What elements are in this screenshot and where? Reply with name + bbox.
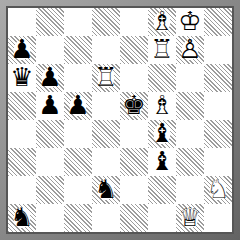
- square-b4[interactable]: [36, 120, 64, 148]
- square-d2[interactable]: ♞: [92, 176, 120, 204]
- square-h1[interactable]: [204, 204, 232, 232]
- square-e3[interactable]: [120, 148, 148, 176]
- white-rook-piece[interactable]: ♖: [94, 64, 117, 90]
- square-h3[interactable]: [204, 148, 232, 176]
- black-pawn-piece[interactable]: ♟: [38, 64, 61, 90]
- square-f4[interactable]: ♝: [148, 120, 176, 148]
- square-g1[interactable]: ♕: [176, 204, 204, 232]
- square-d8[interactable]: [92, 8, 120, 36]
- white-rook-piece[interactable]: ♖: [150, 36, 173, 62]
- square-g4[interactable]: [176, 120, 204, 148]
- square-b1[interactable]: [36, 204, 64, 232]
- square-h2[interactable]: ♘: [204, 176, 232, 204]
- square-c2[interactable]: [64, 176, 92, 204]
- square-f6[interactable]: [148, 64, 176, 92]
- black-knight-piece[interactable]: ♞: [10, 204, 33, 230]
- board-frame: ♗♔♟♖♙♛♟♖♟♟♚♗♝♝♞♘♞♕: [0, 0, 240, 240]
- square-f7[interactable]: ♖: [148, 36, 176, 64]
- square-f3[interactable]: ♝: [148, 148, 176, 176]
- square-c5[interactable]: ♟: [64, 92, 92, 120]
- square-f2[interactable]: [148, 176, 176, 204]
- square-h4[interactable]: [204, 120, 232, 148]
- white-pawn-piece[interactable]: ♙: [178, 36, 201, 62]
- square-a4[interactable]: [8, 120, 36, 148]
- square-h6[interactable]: [204, 64, 232, 92]
- white-knight-piece[interactable]: ♘: [206, 176, 229, 202]
- square-h7[interactable]: [204, 36, 232, 64]
- white-bishop-piece[interactable]: ♗: [150, 92, 173, 118]
- black-bishop-piece[interactable]: ♝: [150, 120, 173, 146]
- square-g5[interactable]: [176, 92, 204, 120]
- square-g2[interactable]: [176, 176, 204, 204]
- square-a8[interactable]: [8, 8, 36, 36]
- white-king-piece[interactable]: ♔: [178, 8, 201, 34]
- square-g6[interactable]: [176, 64, 204, 92]
- chess-board: ♗♔♟♖♙♛♟♖♟♟♚♗♝♝♞♘♞♕: [8, 8, 232, 232]
- square-f1[interactable]: [148, 204, 176, 232]
- square-g8[interactable]: ♔: [176, 8, 204, 36]
- square-c8[interactable]: [64, 8, 92, 36]
- square-f5[interactable]: ♗: [148, 92, 176, 120]
- square-c3[interactable]: [64, 148, 92, 176]
- square-e7[interactable]: [120, 36, 148, 64]
- square-a3[interactable]: [8, 148, 36, 176]
- square-a5[interactable]: [8, 92, 36, 120]
- square-b5[interactable]: ♟: [36, 92, 64, 120]
- square-e2[interactable]: [120, 176, 148, 204]
- square-e1[interactable]: [120, 204, 148, 232]
- square-c7[interactable]: [64, 36, 92, 64]
- square-h8[interactable]: [204, 8, 232, 36]
- square-d1[interactable]: [92, 204, 120, 232]
- square-c6[interactable]: [64, 64, 92, 92]
- square-d3[interactable]: [92, 148, 120, 176]
- square-e6[interactable]: [120, 64, 148, 92]
- square-b3[interactable]: [36, 148, 64, 176]
- square-b8[interactable]: [36, 8, 64, 36]
- white-queen-piece[interactable]: ♕: [178, 204, 201, 230]
- square-d5[interactable]: [92, 92, 120, 120]
- black-bishop-piece[interactable]: ♝: [150, 148, 173, 174]
- square-a2[interactable]: [8, 176, 36, 204]
- square-b6[interactable]: ♟: [36, 64, 64, 92]
- black-king-piece[interactable]: ♚: [122, 92, 145, 118]
- square-a7[interactable]: ♟: [8, 36, 36, 64]
- square-b7[interactable]: [36, 36, 64, 64]
- square-d7[interactable]: [92, 36, 120, 64]
- square-a1[interactable]: ♞: [8, 204, 36, 232]
- square-c1[interactable]: [64, 204, 92, 232]
- white-bishop-piece[interactable]: ♗: [150, 8, 173, 34]
- square-g3[interactable]: [176, 148, 204, 176]
- black-pawn-piece[interactable]: ♟: [66, 92, 89, 118]
- square-d6[interactable]: ♖: [92, 64, 120, 92]
- black-pawn-piece[interactable]: ♟: [38, 92, 61, 118]
- square-c4[interactable]: [64, 120, 92, 148]
- square-h5[interactable]: [204, 92, 232, 120]
- black-knight-piece[interactable]: ♞: [94, 176, 117, 202]
- square-a6[interactable]: ♛: [8, 64, 36, 92]
- square-b2[interactable]: [36, 176, 64, 204]
- black-pawn-piece[interactable]: ♟: [10, 36, 33, 62]
- square-e4[interactable]: [120, 120, 148, 148]
- square-e8[interactable]: [120, 8, 148, 36]
- square-d4[interactable]: [92, 120, 120, 148]
- square-e5[interactable]: ♚: [120, 92, 148, 120]
- black-queen-piece[interactable]: ♛: [10, 64, 33, 90]
- square-f8[interactable]: ♗: [148, 8, 176, 36]
- square-g7[interactable]: ♙: [176, 36, 204, 64]
